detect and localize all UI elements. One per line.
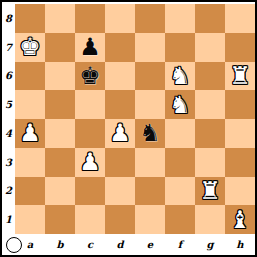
white-bishop-h1[interactable]: ♝ bbox=[229, 208, 251, 232]
square-c2[interactable] bbox=[75, 177, 105, 206]
square-a7[interactable]: ♚ bbox=[15, 33, 45, 62]
white-pawn-c3[interactable]: ♟ bbox=[79, 150, 101, 174]
square-h3[interactable] bbox=[225, 148, 255, 177]
square-e2[interactable] bbox=[135, 177, 165, 206]
square-f7[interactable] bbox=[165, 33, 195, 62]
rank-label-4: 4 bbox=[2, 119, 15, 148]
square-b4[interactable] bbox=[45, 119, 75, 148]
square-b3[interactable] bbox=[45, 148, 75, 177]
square-b1[interactable] bbox=[45, 205, 75, 234]
rank-label-5: 5 bbox=[2, 90, 15, 119]
square-d2[interactable] bbox=[105, 177, 135, 206]
square-g6[interactable] bbox=[195, 62, 225, 91]
square-e3[interactable] bbox=[135, 148, 165, 177]
square-a6[interactable] bbox=[15, 62, 45, 91]
square-g4[interactable] bbox=[195, 119, 225, 148]
rank-label-6: 6 bbox=[2, 62, 15, 91]
square-f5[interactable]: ♞ bbox=[165, 90, 195, 119]
square-a2[interactable] bbox=[15, 177, 45, 206]
square-c5[interactable] bbox=[75, 90, 105, 119]
square-g5[interactable] bbox=[195, 90, 225, 119]
square-a8[interactable] bbox=[15, 4, 45, 33]
file-label-g: g bbox=[195, 234, 225, 255]
rank-label-8: 8 bbox=[2, 4, 15, 33]
square-e6[interactable] bbox=[135, 62, 165, 91]
chess-board[interactable]: ♚♟♚♞♜♞♟♟♞♟♜♝ bbox=[15, 4, 255, 234]
square-h7[interactable] bbox=[225, 33, 255, 62]
square-a3[interactable] bbox=[15, 148, 45, 177]
white-rook-h6[interactable]: ♜ bbox=[229, 64, 251, 88]
square-b6[interactable] bbox=[45, 62, 75, 91]
square-h1[interactable]: ♝ bbox=[225, 205, 255, 234]
file-label-e: e bbox=[135, 234, 165, 255]
white-to-move-indicator bbox=[6, 237, 22, 253]
square-d4[interactable]: ♟ bbox=[105, 119, 135, 148]
file-label-d: d bbox=[105, 234, 135, 255]
square-d5[interactable] bbox=[105, 90, 135, 119]
square-g1[interactable] bbox=[195, 205, 225, 234]
rank-label-3: 3 bbox=[2, 148, 15, 177]
file-label-f: f bbox=[165, 234, 195, 255]
rank-labels: 87654321 bbox=[2, 4, 15, 234]
square-f8[interactable] bbox=[165, 4, 195, 33]
file-label-h: h bbox=[225, 234, 255, 255]
square-c6[interactable]: ♚ bbox=[75, 62, 105, 91]
square-c1[interactable] bbox=[75, 205, 105, 234]
square-d1[interactable] bbox=[105, 205, 135, 234]
square-h2[interactable] bbox=[225, 177, 255, 206]
square-g2[interactable]: ♜ bbox=[195, 177, 225, 206]
file-label-c: c bbox=[75, 234, 105, 255]
square-a5[interactable] bbox=[15, 90, 45, 119]
square-d6[interactable] bbox=[105, 62, 135, 91]
white-rook-g2[interactable]: ♜ bbox=[199, 179, 221, 203]
white-knight-f5[interactable]: ♞ bbox=[169, 93, 191, 117]
square-c3[interactable]: ♟ bbox=[75, 148, 105, 177]
square-b5[interactable] bbox=[45, 90, 75, 119]
square-c8[interactable] bbox=[75, 4, 105, 33]
square-a4[interactable]: ♟ bbox=[15, 119, 45, 148]
white-pawn-a4[interactable]: ♟ bbox=[19, 121, 41, 145]
white-pawn-d4[interactable]: ♟ bbox=[109, 121, 131, 145]
rank-label-2: 2 bbox=[2, 177, 15, 206]
square-f2[interactable] bbox=[165, 177, 195, 206]
square-c7[interactable]: ♟ bbox=[75, 33, 105, 62]
square-g8[interactable] bbox=[195, 4, 225, 33]
square-h8[interactable] bbox=[225, 4, 255, 33]
square-e7[interactable] bbox=[135, 33, 165, 62]
square-f3[interactable] bbox=[165, 148, 195, 177]
square-g3[interactable] bbox=[195, 148, 225, 177]
square-f1[interactable] bbox=[165, 205, 195, 234]
square-e4[interactable]: ♞ bbox=[135, 119, 165, 148]
square-h4[interactable] bbox=[225, 119, 255, 148]
rank-label-7: 7 bbox=[2, 33, 15, 62]
black-king-c6[interactable]: ♚ bbox=[79, 64, 101, 88]
black-pawn-c7[interactable]: ♟ bbox=[79, 35, 101, 59]
square-d3[interactable] bbox=[105, 148, 135, 177]
square-c4[interactable] bbox=[75, 119, 105, 148]
file-labels: abcdefgh bbox=[15, 234, 255, 255]
square-h6[interactable]: ♜ bbox=[225, 62, 255, 91]
square-e1[interactable] bbox=[135, 205, 165, 234]
square-d7[interactable] bbox=[105, 33, 135, 62]
square-f6[interactable]: ♞ bbox=[165, 62, 195, 91]
white-king-a7[interactable]: ♚ bbox=[19, 35, 41, 59]
black-knight-e4[interactable]: ♞ bbox=[139, 121, 161, 145]
square-h5[interactable] bbox=[225, 90, 255, 119]
square-a1[interactable] bbox=[15, 205, 45, 234]
square-b8[interactable] bbox=[45, 4, 75, 33]
square-f4[interactable] bbox=[165, 119, 195, 148]
rank-label-1: 1 bbox=[2, 205, 15, 234]
chess-diagram: 87654321 ♚♟♚♞♜♞♟♟♞♟♜♝ abcdefgh bbox=[0, 0, 257, 257]
white-knight-f6[interactable]: ♞ bbox=[169, 64, 191, 88]
file-label-b: b bbox=[45, 234, 75, 255]
square-b7[interactable] bbox=[45, 33, 75, 62]
square-g7[interactable] bbox=[195, 33, 225, 62]
square-d8[interactable] bbox=[105, 4, 135, 33]
square-b2[interactable] bbox=[45, 177, 75, 206]
square-e5[interactable] bbox=[135, 90, 165, 119]
square-e8[interactable] bbox=[135, 4, 165, 33]
